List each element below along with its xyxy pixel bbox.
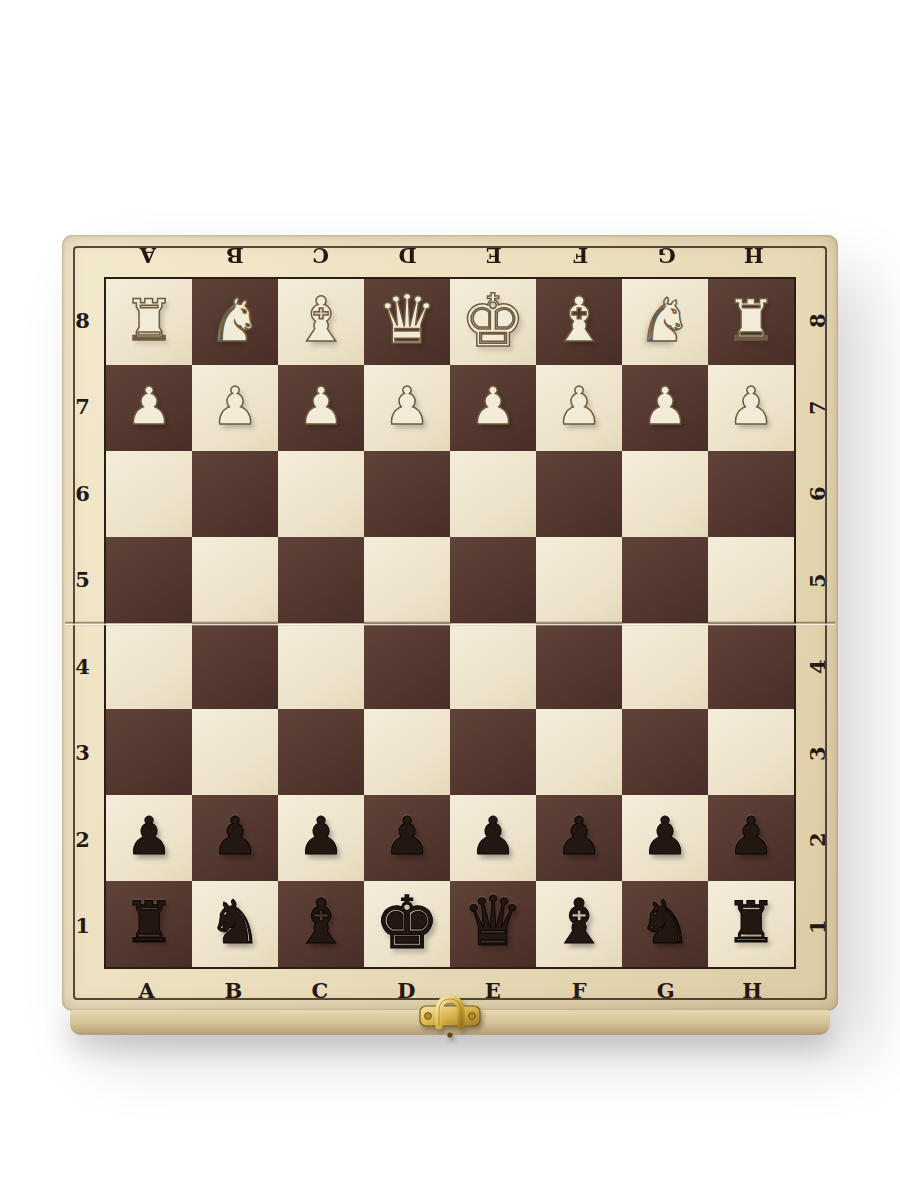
square-h1: ♜ xyxy=(708,881,794,967)
file-label-h-near: H xyxy=(710,970,797,1010)
square-g1: ♞ xyxy=(622,881,708,967)
black-pawn: ♟ xyxy=(642,810,689,862)
brass-clasp xyxy=(417,993,483,1049)
square-g7: ♟ xyxy=(622,365,708,451)
black-pawn: ♟ xyxy=(728,810,775,862)
black-bishop: ♝ xyxy=(293,891,349,953)
black-queen: ♛ xyxy=(463,888,524,956)
square-f6 xyxy=(536,451,622,537)
square-a2: ♟ xyxy=(106,795,192,881)
black-knight: ♞ xyxy=(638,892,692,952)
rank-label-6-left: 6 xyxy=(63,450,103,537)
square-h3 xyxy=(708,709,794,795)
square-f7: ♟ xyxy=(536,365,622,451)
square-e8: ♚ xyxy=(450,279,536,365)
square-a1: ♜ xyxy=(106,881,192,967)
black-bishop: ♝ xyxy=(551,891,607,953)
rank-label-5-left: 5 xyxy=(63,537,103,624)
square-c8: ♝ xyxy=(278,279,364,365)
square-f1: ♝ xyxy=(536,881,622,967)
rank-label-8-left: 8 xyxy=(63,277,103,364)
black-pawn: ♟ xyxy=(556,810,603,862)
file-label-g-near: G xyxy=(623,970,710,1010)
square-g3 xyxy=(622,709,708,795)
black-pawn: ♟ xyxy=(298,810,345,862)
white-queen: ♛ xyxy=(377,286,438,354)
square-d2: ♟ xyxy=(364,795,450,881)
square-b7: ♟ xyxy=(192,365,278,451)
square-g4 xyxy=(622,623,708,709)
square-c6 xyxy=(278,451,364,537)
square-g5 xyxy=(622,537,708,623)
square-a3 xyxy=(106,709,192,795)
square-g6 xyxy=(622,451,708,537)
rank-label-7-left: 7 xyxy=(63,364,103,451)
square-e2: ♟ xyxy=(450,795,536,881)
square-e5 xyxy=(450,537,536,623)
square-a7: ♟ xyxy=(106,365,192,451)
square-h4 xyxy=(708,623,794,709)
file-label-e-far: E xyxy=(450,236,537,276)
square-b3 xyxy=(192,709,278,795)
square-h8: ♜ xyxy=(708,279,794,365)
square-d6 xyxy=(364,451,450,537)
file-label-g-far: G xyxy=(623,236,710,276)
rank-label-2-left: 2 xyxy=(63,796,103,883)
square-f8: ♝ xyxy=(536,279,622,365)
square-d5 xyxy=(364,537,450,623)
black-knight: ♞ xyxy=(208,892,262,952)
square-h5 xyxy=(708,537,794,623)
square-c3 xyxy=(278,709,364,795)
white-knight: ♞ xyxy=(208,290,262,350)
square-b8: ♞ xyxy=(192,279,278,365)
file-label-c-near: C xyxy=(277,970,364,1010)
fold-seam xyxy=(65,621,835,626)
square-b4 xyxy=(192,623,278,709)
product-photo-scene: ABCDEFGH ABCDEFGH 87654321 87654321 ♜♞♝♛… xyxy=(0,0,900,1200)
square-h6 xyxy=(708,451,794,537)
square-b2: ♟ xyxy=(192,795,278,881)
square-e1: ♛ xyxy=(450,881,536,967)
white-pawn: ♟ xyxy=(556,380,603,432)
white-bishop: ♝ xyxy=(551,289,607,351)
square-d8: ♛ xyxy=(364,279,450,365)
file-label-d-far: D xyxy=(364,236,451,276)
white-pawn: ♟ xyxy=(384,380,431,432)
white-knight: ♞ xyxy=(638,290,692,350)
white-pawn: ♟ xyxy=(470,380,517,432)
square-f4 xyxy=(536,623,622,709)
file-label-a-near: A xyxy=(104,970,191,1010)
rank-label-3-left: 3 xyxy=(63,710,103,797)
rank-label-4-left: 4 xyxy=(63,623,103,710)
white-pawn: ♟ xyxy=(728,380,775,432)
white-bishop: ♝ xyxy=(293,289,349,351)
square-b5 xyxy=(192,537,278,623)
square-c7: ♟ xyxy=(278,365,364,451)
square-e6 xyxy=(450,451,536,537)
square-a8: ♜ xyxy=(106,279,192,365)
square-f3 xyxy=(536,709,622,795)
square-b6 xyxy=(192,451,278,537)
black-rook: ♜ xyxy=(725,894,776,951)
square-h7: ♟ xyxy=(708,365,794,451)
square-f5 xyxy=(536,537,622,623)
file-label-c-far: C xyxy=(277,236,364,276)
square-d7: ♟ xyxy=(364,365,450,451)
square-c5 xyxy=(278,537,364,623)
white-pawn: ♟ xyxy=(642,380,689,432)
square-c1: ♝ xyxy=(278,881,364,967)
white-king: ♚ xyxy=(460,284,525,357)
square-d3 xyxy=(364,709,450,795)
square-d4 xyxy=(364,623,450,709)
black-pawn: ♟ xyxy=(384,810,431,862)
file-label-b-near: B xyxy=(191,970,278,1010)
square-e7: ♟ xyxy=(450,365,536,451)
square-d1: ♚ xyxy=(364,881,450,967)
rank-label-1-left: 1 xyxy=(63,883,103,970)
square-a6 xyxy=(106,451,192,537)
file-label-f-far: F xyxy=(537,236,624,276)
square-a5 xyxy=(106,537,192,623)
black-pawn: ♟ xyxy=(126,810,173,862)
black-pawn: ♟ xyxy=(212,810,259,862)
square-e4 xyxy=(450,623,536,709)
file-label-b-far: B xyxy=(191,236,278,276)
square-g2: ♟ xyxy=(622,795,708,881)
chess-board: ABCDEFGH ABCDEFGH 87654321 87654321 ♜♞♝♛… xyxy=(62,235,838,1011)
square-c4 xyxy=(278,623,364,709)
file-label-f-near: F xyxy=(537,970,624,1010)
square-e3 xyxy=(450,709,536,795)
file-label-a-far: A xyxy=(104,236,191,276)
white-pawn: ♟ xyxy=(126,380,173,432)
white-rook: ♜ xyxy=(725,292,776,349)
file-label-h-far: H xyxy=(710,236,797,276)
square-h2: ♟ xyxy=(708,795,794,881)
white-pawn: ♟ xyxy=(212,380,259,432)
file-labels-far-rail: ABCDEFGH xyxy=(104,236,796,276)
square-g8: ♞ xyxy=(622,279,708,365)
black-king: ♚ xyxy=(374,886,439,959)
white-rook: ♜ xyxy=(123,292,174,349)
black-pawn: ♟ xyxy=(470,810,517,862)
black-rook: ♜ xyxy=(123,894,174,951)
square-c2: ♟ xyxy=(278,795,364,881)
white-pawn: ♟ xyxy=(298,380,345,432)
square-f2: ♟ xyxy=(536,795,622,881)
square-a4 xyxy=(106,623,192,709)
square-b1: ♞ xyxy=(192,881,278,967)
